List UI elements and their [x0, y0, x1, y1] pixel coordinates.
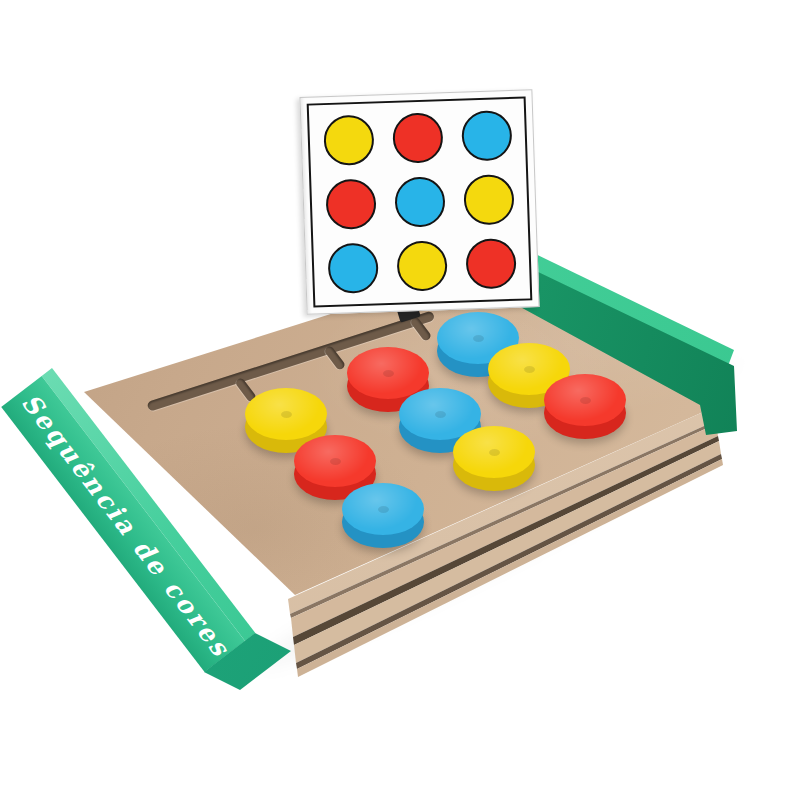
disc-yellow-track2-pos3[interactable]: [453, 426, 535, 492]
disc-center-dimple: [524, 366, 535, 373]
scene: Sequência de cores: [0, 0, 800, 800]
disc-center-dimple: [383, 370, 394, 377]
disc-center-dimple: [580, 397, 591, 404]
discs-layer: [0, 0, 800, 800]
disc-red-track3-pos3[interactable]: [544, 374, 626, 440]
disc-center-dimple: [330, 458, 341, 465]
disc-blue-track1-pos3[interactable]: [342, 483, 424, 549]
disc-center-dimple: [489, 449, 500, 456]
disc-center-dimple: [435, 411, 446, 418]
disc-center-dimple: [281, 411, 292, 418]
disc-center-dimple: [473, 335, 484, 342]
disc-center-dimple: [378, 506, 389, 513]
